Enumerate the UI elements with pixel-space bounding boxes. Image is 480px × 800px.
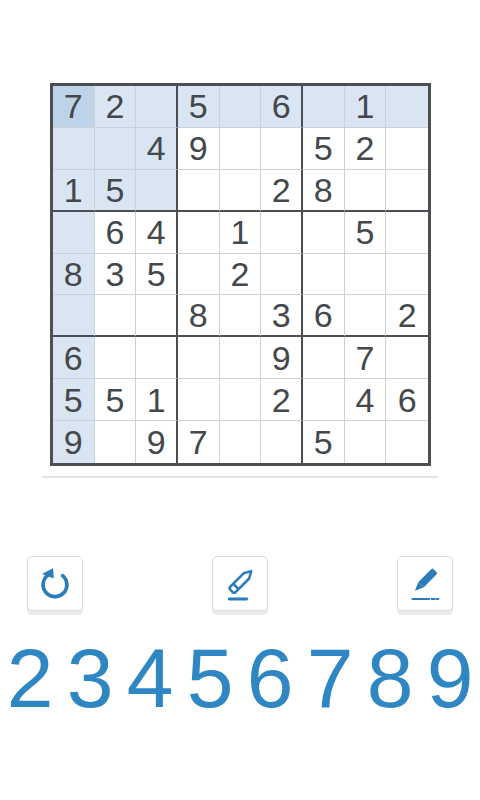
- cell-r2c4[interactable]: 9: [178, 128, 220, 170]
- cell-r1c3[interactable]: [136, 86, 178, 128]
- cell-r9c1[interactable]: 9: [53, 421, 95, 463]
- cell-r5c9[interactable]: [386, 254, 428, 296]
- pencil-icon: [405, 564, 445, 604]
- cell-r2c2[interactable]: [95, 128, 137, 170]
- cell-r2c1[interactable]: [53, 128, 95, 170]
- cell-r4c5[interactable]: 1: [220, 212, 262, 254]
- cell-r8c3[interactable]: 1: [136, 379, 178, 421]
- numpad-digit-3[interactable]: 3: [60, 632, 120, 724]
- cell-r3c8[interactable]: [345, 170, 387, 212]
- cell-r7c4[interactable]: [178, 337, 220, 379]
- cell-r9c2[interactable]: [95, 421, 137, 463]
- cell-r6c8[interactable]: [345, 295, 387, 337]
- cell-r3c1[interactable]: 1: [53, 170, 95, 212]
- cell-r5c5[interactable]: 2: [220, 254, 262, 296]
- cell-r2c6[interactable]: [261, 128, 303, 170]
- cell-r1c7[interactable]: [303, 86, 345, 128]
- numpad-digit-5[interactable]: 5: [180, 632, 240, 724]
- numpad-digit-4[interactable]: 4: [120, 632, 180, 724]
- undo-icon: [36, 565, 74, 603]
- cell-r3c7[interactable]: 8: [303, 170, 345, 212]
- cell-r8c2[interactable]: 5: [95, 379, 137, 421]
- cell-r2c5[interactable]: [220, 128, 262, 170]
- cell-r7c2[interactable]: [95, 337, 137, 379]
- cell-r6c7[interactable]: 6: [303, 295, 345, 337]
- cell-r4c2[interactable]: 6: [95, 212, 137, 254]
- cell-r2c9[interactable]: [386, 128, 428, 170]
- cell-r6c6[interactable]: 3: [261, 295, 303, 337]
- cell-r4c7[interactable]: [303, 212, 345, 254]
- numpad-digit-7[interactable]: 7: [300, 632, 360, 724]
- cell-r1c6[interactable]: 6: [261, 86, 303, 128]
- undo-button[interactable]: [27, 556, 83, 611]
- erase-button[interactable]: [212, 556, 268, 611]
- cell-r5c3[interactable]: 5: [136, 254, 178, 296]
- cell-r8c4[interactable]: [178, 379, 220, 421]
- cell-r7c7[interactable]: [303, 337, 345, 379]
- cell-r8c7[interactable]: [303, 379, 345, 421]
- cell-r7c3[interactable]: [136, 337, 178, 379]
- cell-r8c8[interactable]: 4: [345, 379, 387, 421]
- eraser-pencil-icon: [220, 564, 260, 604]
- cell-r6c5[interactable]: [220, 295, 262, 337]
- numpad-digit-6[interactable]: 6: [240, 632, 300, 724]
- cell-r1c1[interactable]: 7: [53, 86, 95, 128]
- cell-r3c2[interactable]: 5: [95, 170, 137, 212]
- cell-r7c8[interactable]: 7: [345, 337, 387, 379]
- cell-r4c6[interactable]: [261, 212, 303, 254]
- cell-r1c4[interactable]: 5: [178, 86, 220, 128]
- separator-line: [42, 476, 438, 478]
- cell-r1c9[interactable]: [386, 86, 428, 128]
- cell-r6c1[interactable]: [53, 295, 95, 337]
- cell-r2c7[interactable]: 5: [303, 128, 345, 170]
- cell-r8c1[interactable]: 5: [53, 379, 95, 421]
- cell-r3c3[interactable]: [136, 170, 178, 212]
- cell-r7c5[interactable]: [220, 337, 262, 379]
- numpad-digit-9[interactable]: 9: [420, 632, 480, 724]
- cell-r3c9[interactable]: [386, 170, 428, 212]
- cell-r5c6[interactable]: [261, 254, 303, 296]
- cell-r9c5[interactable]: [220, 421, 262, 463]
- sudoku-screen: 72561495215286415835283626975512469975: [0, 0, 480, 800]
- cell-r3c4[interactable]: [178, 170, 220, 212]
- cell-r8c9[interactable]: 6: [386, 379, 428, 421]
- cell-r1c8[interactable]: 1: [345, 86, 387, 128]
- cell-r6c3[interactable]: [136, 295, 178, 337]
- cell-r6c2[interactable]: [95, 295, 137, 337]
- cell-r9c4[interactable]: 7: [178, 421, 220, 463]
- cell-r9c7[interactable]: 5: [303, 421, 345, 463]
- cell-r4c9[interactable]: [386, 212, 428, 254]
- cell-r8c5[interactable]: [220, 379, 262, 421]
- cell-r5c8[interactable]: [345, 254, 387, 296]
- cell-r4c3[interactable]: 4: [136, 212, 178, 254]
- number-pad: 23456789: [0, 632, 480, 724]
- cell-r6c4[interactable]: 8: [178, 295, 220, 337]
- cell-r9c8[interactable]: [345, 421, 387, 463]
- cell-r7c1[interactable]: 6: [53, 337, 95, 379]
- cell-r9c9[interactable]: [386, 421, 428, 463]
- cell-r4c1[interactable]: [53, 212, 95, 254]
- cell-r4c8[interactable]: 5: [345, 212, 387, 254]
- cell-r3c5[interactable]: [220, 170, 262, 212]
- cell-r5c4[interactable]: [178, 254, 220, 296]
- cell-r3c6[interactable]: 2: [261, 170, 303, 212]
- numpad-digit-8[interactable]: 8: [360, 632, 420, 724]
- cell-r7c6[interactable]: 9: [261, 337, 303, 379]
- cell-r9c3[interactable]: 9: [136, 421, 178, 463]
- pencil-button[interactable]: [397, 556, 453, 611]
- cell-r4c4[interactable]: [178, 212, 220, 254]
- cell-r6c9[interactable]: 2: [386, 295, 428, 337]
- cell-r9c6[interactable]: [261, 421, 303, 463]
- cell-r5c2[interactable]: 3: [95, 254, 137, 296]
- cell-r5c7[interactable]: [303, 254, 345, 296]
- numpad-digit-2[interactable]: 2: [0, 632, 60, 724]
- cell-r2c3[interactable]: 4: [136, 128, 178, 170]
- toolbar: [0, 556, 480, 611]
- cell-r8c6[interactable]: 2: [261, 379, 303, 421]
- sudoku-board[interactable]: 72561495215286415835283626975512469975: [50, 83, 431, 466]
- cell-r1c2[interactable]: 2: [95, 86, 137, 128]
- cell-r1c5[interactable]: [220, 86, 262, 128]
- cell-r2c8[interactable]: 2: [345, 128, 387, 170]
- cell-r7c9[interactable]: [386, 337, 428, 379]
- cell-r5c1[interactable]: 8: [53, 254, 95, 296]
